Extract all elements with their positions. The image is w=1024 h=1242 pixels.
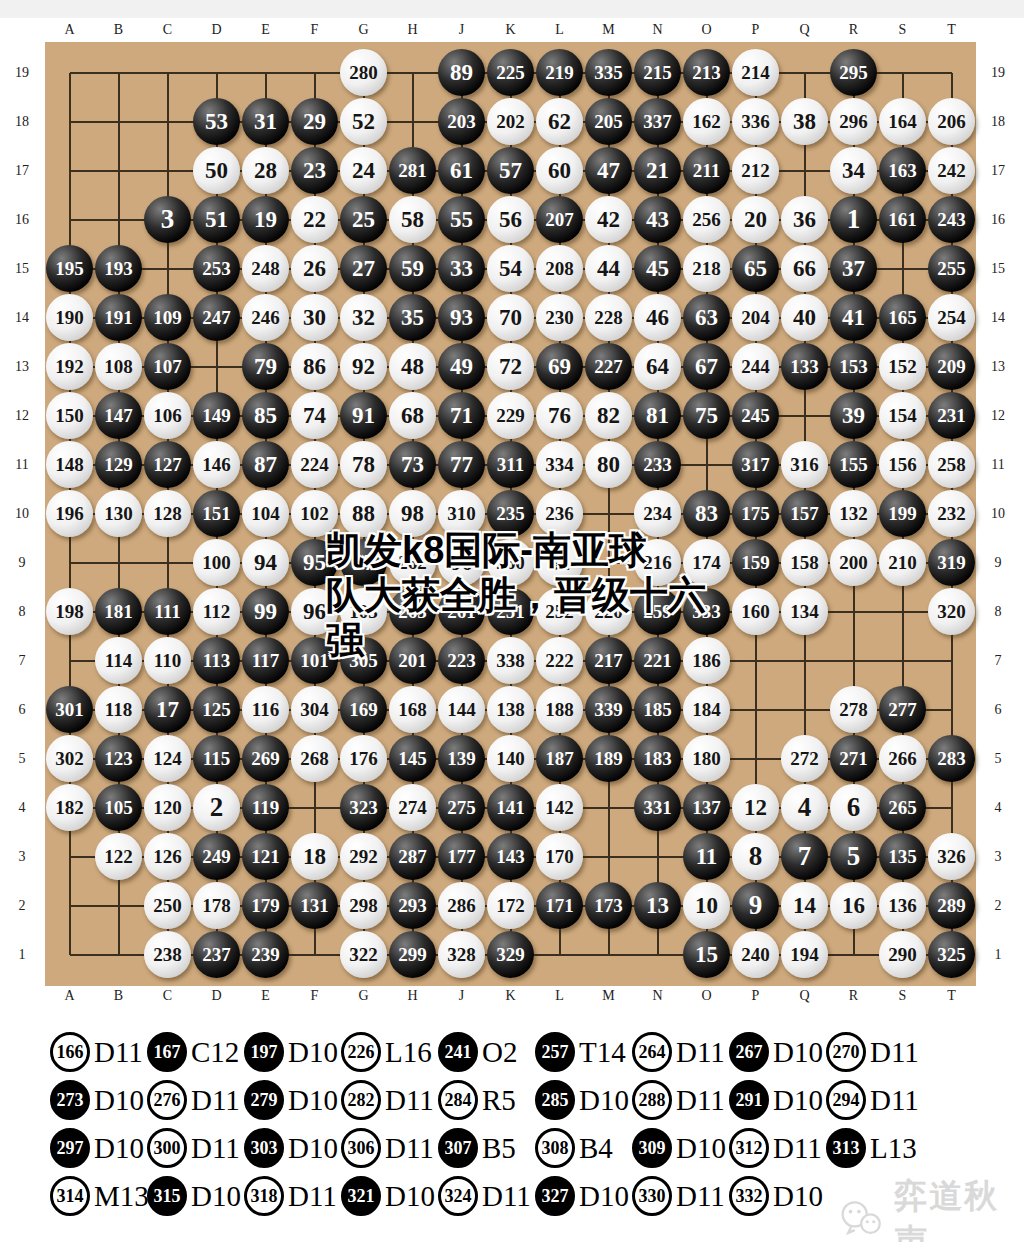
stone-black-21[interactable]: 21 [634,147,681,194]
stone-black-265[interactable]: 265 [879,784,926,831]
intersection-E4[interactable]: 119 [241,783,290,832]
stone-white-60[interactable]: 60 [536,147,583,194]
stone-black-125[interactable]: 125 [193,686,240,733]
intersection-T1[interactable]: 325 [927,930,976,979]
stone-black-13[interactable]: 13 [634,882,681,929]
stone-black-191[interactable]: 191 [95,294,142,341]
intersection-F2[interactable]: 131 [290,881,339,930]
stone-white-212[interactable]: 212 [732,147,779,194]
intersection-A5[interactable]: 302 [45,734,94,783]
stone-white-286[interactable]: 286 [438,882,485,929]
stone-white-178[interactable]: 178 [193,882,240,929]
intersection-J15[interactable]: 33 [437,244,486,293]
intersection-O3[interactable]: 11 [682,832,731,881]
stone-white-254[interactable]: 254 [928,294,975,341]
stone-white-34[interactable]: 34 [830,147,877,194]
intersection-F5[interactable]: 268 [290,734,339,783]
stone-white-148[interactable]: 148 [46,441,93,488]
stone-black-129[interactable]: 129 [95,441,142,488]
intersection-B14[interactable]: 191 [94,293,143,342]
intersection-D16[interactable]: 51 [192,195,241,244]
stone-black-79[interactable]: 79 [242,343,289,390]
intersection-S12[interactable]: 154 [878,391,927,440]
stone-black-269[interactable]: 269 [242,735,289,782]
stone-white-66[interactable]: 66 [781,245,828,292]
intersection-M18[interactable]: 205 [584,97,633,146]
stone-white-290[interactable]: 290 [879,931,926,978]
intersection-C15[interactable] [143,244,192,293]
stone-white-8[interactable]: 8 [732,833,779,880]
intersection-E6[interactable]: 116 [241,685,290,734]
intersection-R18[interactable]: 296 [829,97,878,146]
intersection-H6[interactable]: 168 [388,685,437,734]
stone-black-109[interactable]: 109 [144,294,191,341]
stone-black-169[interactable]: 169 [340,686,387,733]
intersection-Q1[interactable]: 194 [780,930,829,979]
intersection-H3[interactable]: 287 [388,832,437,881]
stone-black-239[interactable]: 239 [242,931,289,978]
intersection-N19[interactable]: 215 [633,48,682,97]
stone-white-62[interactable]: 62 [536,98,583,145]
intersection-L6[interactable]: 188 [535,685,584,734]
intersection-T16[interactable]: 243 [927,195,976,244]
intersection-Q4[interactable]: 4 [780,783,829,832]
stone-white-82[interactable]: 82 [585,392,632,439]
stone-black-255[interactable]: 255 [928,245,975,292]
intersection-L5[interactable]: 187 [535,734,584,783]
stone-black-121[interactable]: 121 [242,833,289,880]
stone-white-136[interactable]: 136 [879,882,926,929]
stone-black-43[interactable]: 43 [634,196,681,243]
intersection-C18[interactable] [143,97,192,146]
intersection-E11[interactable]: 87 [241,440,290,489]
stone-white-228[interactable]: 228 [585,294,632,341]
stone-black-181[interactable]: 181 [95,588,142,635]
intersection-Q2[interactable]: 14 [780,881,829,930]
stone-black-25[interactable]: 25 [340,196,387,243]
stone-black-51[interactable]: 51 [193,196,240,243]
stone-black-335[interactable]: 335 [585,49,632,96]
stone-black-149[interactable]: 149 [193,392,240,439]
stone-black-179[interactable]: 179 [242,882,289,929]
stone-white-106[interactable]: 106 [144,392,191,439]
stone-white-112[interactable]: 112 [193,588,240,635]
stone-black-31[interactable]: 31 [242,98,289,145]
intersection-B18[interactable] [94,97,143,146]
intersection-R16[interactable]: 1 [829,195,878,244]
intersection-Q13[interactable]: 133 [780,342,829,391]
stone-black-99[interactable]: 99 [242,588,289,635]
intersection-S7[interactable] [878,636,927,685]
stone-white-10[interactable]: 10 [683,882,730,929]
intersection-H16[interactable]: 58 [388,195,437,244]
stone-white-202[interactable]: 202 [487,98,534,145]
intersection-G14[interactable]: 32 [339,293,388,342]
intersection-D2[interactable]: 178 [192,881,241,930]
intersection-O5[interactable]: 180 [682,734,731,783]
stone-black-323[interactable]: 323 [340,784,387,831]
intersection-H14[interactable]: 35 [388,293,437,342]
intersection-C11[interactable]: 127 [143,440,192,489]
intersection-K19[interactable]: 225 [486,48,535,97]
stone-black-39[interactable]: 39 [830,392,877,439]
stone-white-326[interactable]: 326 [928,833,975,880]
stone-white-26[interactable]: 26 [291,245,338,292]
stone-white-204[interactable]: 204 [732,294,779,341]
intersection-C10[interactable]: 128 [143,489,192,538]
stone-black-55[interactable]: 55 [438,196,485,243]
intersection-J3[interactable]: 177 [437,832,486,881]
stone-white-316[interactable]: 316 [781,441,828,488]
stone-black-45[interactable]: 45 [634,245,681,292]
intersection-B3[interactable]: 122 [94,832,143,881]
stone-white-146[interactable]: 146 [193,441,240,488]
intersection-O16[interactable]: 256 [682,195,731,244]
stone-white-176[interactable]: 176 [340,735,387,782]
intersection-T10[interactable]: 232 [927,489,976,538]
stone-black-53[interactable]: 53 [193,98,240,145]
stone-white-140[interactable]: 140 [487,735,534,782]
intersection-J17[interactable]: 61 [437,146,486,195]
intersection-B9[interactable] [94,538,143,587]
intersection-A13[interactable]: 192 [45,342,94,391]
stone-black-119[interactable]: 119 [242,784,289,831]
intersection-N11[interactable]: 233 [633,440,682,489]
stone-black-155[interactable]: 155 [830,441,877,488]
intersection-A15[interactable]: 195 [45,244,94,293]
stone-white-70[interactable]: 70 [487,294,534,341]
intersection-E5[interactable]: 269 [241,734,290,783]
intersection-R3[interactable]: 5 [829,832,878,881]
intersection-T15[interactable]: 255 [927,244,976,293]
stone-white-164[interactable]: 164 [879,98,926,145]
intersection-B19[interactable] [94,48,143,97]
intersection-K13[interactable]: 72 [486,342,535,391]
stone-black-17[interactable]: 17 [144,686,191,733]
stone-black-117[interactable]: 117 [242,637,289,684]
stone-black-177[interactable]: 177 [438,833,485,880]
intersection-F4[interactable] [290,783,339,832]
stone-white-16[interactable]: 16 [830,882,877,929]
intersection-H17[interactable]: 281 [388,146,437,195]
stone-white-28[interactable]: 28 [242,147,289,194]
intersection-O6[interactable]: 184 [682,685,731,734]
stone-black-111[interactable]: 111 [144,588,191,635]
stone-black-131[interactable]: 131 [291,882,338,929]
intersection-T12[interactable]: 231 [927,391,976,440]
stone-black-275[interactable]: 275 [438,784,485,831]
intersection-A9[interactable] [45,538,94,587]
intersection-M13[interactable]: 227 [584,342,633,391]
stone-white-208[interactable]: 208 [536,245,583,292]
intersection-N16[interactable]: 43 [633,195,682,244]
stone-white-242[interactable]: 242 [928,147,975,194]
intersection-D8[interactable]: 112 [192,587,241,636]
stone-black-59[interactable]: 59 [389,245,436,292]
stone-black-89[interactable]: 89 [438,49,485,96]
intersection-A3[interactable] [45,832,94,881]
stone-black-207[interactable]: 207 [536,196,583,243]
stone-black-293[interactable]: 293 [389,882,436,929]
stone-black-271[interactable]: 271 [830,735,877,782]
stone-white-198[interactable]: 198 [46,588,93,635]
stone-white-144[interactable]: 144 [438,686,485,733]
stone-white-32[interactable]: 32 [340,294,387,341]
intersection-T5[interactable]: 283 [927,734,976,783]
intersection-L19[interactable]: 219 [535,48,584,97]
stone-black-233[interactable]: 233 [634,441,681,488]
stone-white-170[interactable]: 170 [536,833,583,880]
stone-white-120[interactable]: 120 [144,784,191,831]
intersection-L3[interactable]: 170 [535,832,584,881]
intersection-S4[interactable]: 265 [878,783,927,832]
stone-black-41[interactable]: 41 [830,294,877,341]
stone-black-71[interactable]: 71 [438,392,485,439]
stone-white-190[interactable]: 190 [46,294,93,341]
stone-white-134[interactable]: 134 [781,588,828,635]
intersection-F19[interactable] [290,48,339,97]
stone-white-100[interactable]: 100 [193,539,240,586]
intersection-N4[interactable]: 331 [633,783,682,832]
stone-black-209[interactable]: 209 [928,343,975,390]
stone-black-9[interactable]: 9 [732,882,779,929]
stone-white-64[interactable]: 64 [634,343,681,390]
intersection-K16[interactable]: 56 [486,195,535,244]
intersection-S10[interactable]: 199 [878,489,927,538]
intersection-B8[interactable]: 181 [94,587,143,636]
intersection-T2[interactable]: 289 [927,881,976,930]
intersection-D19[interactable] [192,48,241,97]
intersection-N17[interactable]: 21 [633,146,682,195]
stone-black-227[interactable]: 227 [585,343,632,390]
stone-white-296[interactable]: 296 [830,98,877,145]
intersection-J4[interactable]: 275 [437,783,486,832]
intersection-M6[interactable]: 339 [584,685,633,734]
intersection-R5[interactable]: 271 [829,734,878,783]
stone-black-127[interactable]: 127 [144,441,191,488]
stone-white-150[interactable]: 150 [46,392,93,439]
stone-white-132[interactable]: 132 [830,490,877,537]
intersection-T18[interactable]: 206 [927,97,976,146]
intersection-K1[interactable]: 329 [486,930,535,979]
stone-black-185[interactable]: 185 [634,686,681,733]
intersection-S18[interactable]: 164 [878,97,927,146]
intersection-C2[interactable]: 250 [143,881,192,930]
intersection-K4[interactable]: 141 [486,783,535,832]
stone-black-93[interactable]: 93 [438,294,485,341]
stone-white-20[interactable]: 20 [732,196,779,243]
intersection-O13[interactable]: 67 [682,342,731,391]
intersection-R9[interactable]: 200 [829,538,878,587]
intersection-M15[interactable]: 44 [584,244,633,293]
stone-white-118[interactable]: 118 [95,686,142,733]
intersection-P15[interactable]: 65 [731,244,780,293]
stone-black-3[interactable]: 3 [144,196,191,243]
stone-black-213[interactable]: 213 [683,49,730,96]
stone-black-139[interactable]: 139 [438,735,485,782]
stone-white-18[interactable]: 18 [291,833,338,880]
intersection-O17[interactable]: 211 [682,146,731,195]
stone-white-138[interactable]: 138 [487,686,534,733]
stone-white-336[interactable]: 336 [732,98,779,145]
stone-white-266[interactable]: 266 [879,735,926,782]
stone-white-258[interactable]: 258 [928,441,975,488]
intersection-L18[interactable]: 62 [535,97,584,146]
intersection-L1[interactable] [535,930,584,979]
intersection-D5[interactable]: 115 [192,734,241,783]
intersection-G15[interactable]: 27 [339,244,388,293]
stone-black-231[interactable]: 231 [928,392,975,439]
stone-black-141[interactable]: 141 [487,784,534,831]
intersection-H1[interactable]: 299 [388,930,437,979]
stone-white-334[interactable]: 334 [536,441,583,488]
intersection-H15[interactable]: 59 [388,244,437,293]
stone-white-80[interactable]: 80 [585,441,632,488]
stone-white-54[interactable]: 54 [487,245,534,292]
stone-white-224[interactable]: 224 [291,441,338,488]
intersection-Q5[interactable]: 272 [780,734,829,783]
stone-black-65[interactable]: 65 [732,245,779,292]
intersection-S15[interactable] [878,244,927,293]
intersection-R12[interactable]: 39 [829,391,878,440]
stone-white-44[interactable]: 44 [585,245,632,292]
intersection-G1[interactable]: 322 [339,930,388,979]
intersection-A6[interactable]: 301 [45,685,94,734]
intersection-L16[interactable]: 207 [535,195,584,244]
intersection-E1[interactable]: 239 [241,930,290,979]
intersection-E17[interactable]: 28 [241,146,290,195]
stone-white-122[interactable]: 122 [95,833,142,880]
stone-white-52[interactable]: 52 [340,98,387,145]
stone-black-301[interactable]: 301 [46,686,93,733]
stone-black-289[interactable]: 289 [928,882,975,929]
intersection-F17[interactable]: 23 [290,146,339,195]
intersection-N3[interactable] [633,832,682,881]
intersection-F13[interactable]: 86 [290,342,339,391]
intersection-H19[interactable] [388,48,437,97]
stone-black-243[interactable]: 243 [928,196,975,243]
stone-black-153[interactable]: 153 [830,343,877,390]
intersection-S14[interactable]: 165 [878,293,927,342]
intersection-J14[interactable]: 93 [437,293,486,342]
stone-white-86[interactable]: 86 [291,343,338,390]
intersection-L4[interactable]: 142 [535,783,584,832]
intersection-P6[interactable] [731,685,780,734]
stone-white-328[interactable]: 328 [438,931,485,978]
stone-black-329[interactable]: 329 [487,931,534,978]
stone-white-256[interactable]: 256 [683,196,730,243]
stone-black-27[interactable]: 27 [340,245,387,292]
intersection-L15[interactable]: 208 [535,244,584,293]
intersection-Q11[interactable]: 316 [780,440,829,489]
intersection-D13[interactable] [192,342,241,391]
stone-black-7[interactable]: 7 [781,833,828,880]
stone-black-137[interactable]: 137 [683,784,730,831]
intersection-N13[interactable]: 64 [633,342,682,391]
intersection-C4[interactable]: 120 [143,783,192,832]
intersection-R15[interactable]: 37 [829,244,878,293]
intersection-S11[interactable]: 156 [878,440,927,489]
stone-black-57[interactable]: 57 [487,147,534,194]
intersection-S13[interactable]: 152 [878,342,927,391]
intersection-J1[interactable]: 328 [437,930,486,979]
stone-white-114[interactable]: 114 [95,637,142,684]
intersection-B6[interactable]: 118 [94,685,143,734]
intersection-C7[interactable]: 110 [143,636,192,685]
stone-black-199[interactable]: 199 [879,490,926,537]
stone-white-292[interactable]: 292 [340,833,387,880]
stone-white-124[interactable]: 124 [144,735,191,782]
stone-white-192[interactable]: 192 [46,343,93,390]
stone-white-180[interactable]: 180 [683,735,730,782]
intersection-J2[interactable]: 286 [437,881,486,930]
stone-black-295[interactable]: 295 [830,49,877,96]
stone-white-230[interactable]: 230 [536,294,583,341]
stone-black-183[interactable]: 183 [634,735,681,782]
intersection-D4[interactable]: 2 [192,783,241,832]
intersection-Q18[interactable]: 38 [780,97,829,146]
intersection-E12[interactable]: 85 [241,391,290,440]
intersection-P13[interactable]: 244 [731,342,780,391]
intersection-A8[interactable]: 198 [45,587,94,636]
intersection-T19[interactable] [927,48,976,97]
intersection-P17[interactable]: 212 [731,146,780,195]
intersection-T13[interactable]: 209 [927,342,976,391]
intersection-B16[interactable] [94,195,143,244]
intersection-E3[interactable]: 121 [241,832,290,881]
stone-white-218[interactable]: 218 [683,245,730,292]
stone-white-6[interactable]: 6 [830,784,877,831]
intersection-C9[interactable] [143,538,192,587]
intersection-D3[interactable]: 249 [192,832,241,881]
stone-black-219[interactable]: 219 [536,49,583,96]
stone-white-162[interactable]: 162 [683,98,730,145]
stone-white-272[interactable]: 272 [781,735,828,782]
intersection-M12[interactable]: 82 [584,391,633,440]
intersection-E15[interactable]: 248 [241,244,290,293]
intersection-E19[interactable] [241,48,290,97]
intersection-L12[interactable]: 76 [535,391,584,440]
intersection-B5[interactable]: 123 [94,734,143,783]
intersection-C19[interactable] [143,48,192,97]
stone-white-214[interactable]: 214 [732,49,779,96]
intersection-J13[interactable]: 49 [437,342,486,391]
stone-black-47[interactable]: 47 [585,147,632,194]
intersection-C12[interactable]: 106 [143,391,192,440]
stone-white-200[interactable]: 200 [830,539,877,586]
intersection-P18[interactable]: 336 [731,97,780,146]
intersection-L14[interactable]: 230 [535,293,584,342]
stone-black-15[interactable]: 15 [683,931,730,978]
intersection-H2[interactable]: 293 [388,881,437,930]
intersection-R8[interactable] [829,587,878,636]
stone-black-319[interactable]: 319 [928,539,975,586]
stone-white-274[interactable]: 274 [389,784,436,831]
stone-black-211[interactable]: 211 [683,147,730,194]
stone-white-68[interactable]: 68 [389,392,436,439]
intersection-K2[interactable]: 172 [486,881,535,930]
stone-black-123[interactable]: 123 [95,735,142,782]
intersection-A7[interactable] [45,636,94,685]
intersection-N2[interactable]: 13 [633,881,682,930]
intersection-N1[interactable] [633,930,682,979]
stone-black-81[interactable]: 81 [634,392,681,439]
stone-black-193[interactable]: 193 [95,245,142,292]
stone-black-143[interactable]: 143 [487,833,534,880]
intersection-R17[interactable]: 34 [829,146,878,195]
stone-white-94[interactable]: 94 [242,539,289,586]
intersection-O1[interactable]: 15 [682,930,731,979]
